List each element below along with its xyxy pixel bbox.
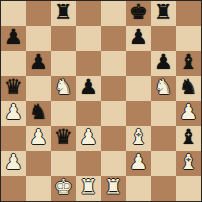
piece-white-pawn: ♟ <box>29 127 48 148</box>
square-f8[interactable]: ♚ <box>126 1 151 26</box>
square-g3[interactable] <box>151 126 176 151</box>
square-c1[interactable]: ♚ <box>51 176 76 201</box>
square-b2[interactable] <box>26 151 51 176</box>
square-b8[interactable] <box>26 1 51 26</box>
square-e3[interactable] <box>101 126 126 151</box>
square-d5[interactable]: ♟ <box>76 76 101 101</box>
square-e2[interactable] <box>101 151 126 176</box>
piece-white-pawn: ♟ <box>129 152 148 173</box>
square-h3[interactable]: ♝ <box>176 126 201 151</box>
square-b7[interactable] <box>26 26 51 51</box>
square-d3[interactable]: ♟ <box>76 126 101 151</box>
square-b1[interactable] <box>26 176 51 201</box>
square-h4[interactable]: ♟ <box>176 101 201 126</box>
square-d8[interactable] <box>76 1 101 26</box>
piece-white-pawn: ♟ <box>179 102 198 123</box>
piece-black-rook: ♜ <box>154 2 173 23</box>
piece-white-pawn: ♟ <box>4 102 23 123</box>
square-d4[interactable] <box>76 101 101 126</box>
square-f7[interactable]: ♟ <box>126 26 151 51</box>
square-d1[interactable]: ♜ <box>76 176 101 201</box>
piece-white-bishop: ♝ <box>129 127 148 148</box>
square-c5[interactable]: ♞ <box>51 76 76 101</box>
square-c8[interactable]: ♜ <box>51 1 76 26</box>
square-a5[interactable]: ♛ <box>1 76 26 101</box>
piece-black-pawn: ♟ <box>129 27 148 48</box>
square-c2[interactable] <box>51 151 76 176</box>
square-c3[interactable]: ♛ <box>51 126 76 151</box>
square-f4[interactable] <box>126 101 151 126</box>
piece-black-king: ♚ <box>129 2 148 23</box>
square-d6[interactable] <box>76 51 101 76</box>
square-b5[interactable] <box>26 76 51 101</box>
piece-black-bishop: ♝ <box>179 127 198 148</box>
square-e8[interactable] <box>101 1 126 26</box>
square-d2[interactable] <box>76 151 101 176</box>
piece-white-pawn: ♟ <box>79 127 98 148</box>
piece-black-pawn: ♟ <box>154 52 173 73</box>
square-a1[interactable] <box>1 176 26 201</box>
square-g7[interactable] <box>151 26 176 51</box>
square-e1[interactable]: ♜ <box>101 176 126 201</box>
piece-black-queen: ♛ <box>54 127 73 148</box>
square-e7[interactable] <box>101 26 126 51</box>
square-h6[interactable]: ♝ <box>176 51 201 76</box>
piece-black-queen: ♛ <box>4 77 23 98</box>
square-g2[interactable] <box>151 151 176 176</box>
square-h5[interactable]: ♞ <box>176 76 201 101</box>
square-g8[interactable]: ♜ <box>151 1 176 26</box>
piece-white-knight: ♞ <box>54 77 73 98</box>
square-a2[interactable]: ♟ <box>1 151 26 176</box>
piece-white-king: ♚ <box>54 177 73 198</box>
square-c4[interactable] <box>51 101 76 126</box>
piece-white-rook: ♜ <box>79 177 98 198</box>
chess-board: ♜♚♜♟♟♟♟♝♛♞♟♞♞♟♞♟♟♛♟♝♝♟♟♝♚♜♜ <box>0 0 202 202</box>
square-a6[interactable] <box>1 51 26 76</box>
piece-white-knight: ♞ <box>154 77 173 98</box>
square-e5[interactable] <box>101 76 126 101</box>
square-f6[interactable] <box>126 51 151 76</box>
square-h1[interactable] <box>176 176 201 201</box>
square-h2[interactable]: ♝ <box>176 151 201 176</box>
square-g1[interactable] <box>151 176 176 201</box>
square-f5[interactable] <box>126 76 151 101</box>
square-g4[interactable] <box>151 101 176 126</box>
piece-black-bishop: ♝ <box>179 52 198 73</box>
piece-white-bishop: ♝ <box>179 152 198 173</box>
square-f1[interactable] <box>126 176 151 201</box>
piece-black-knight: ♞ <box>179 77 198 98</box>
square-c6[interactable] <box>51 51 76 76</box>
square-a7[interactable]: ♟ <box>1 26 26 51</box>
square-h8[interactable] <box>176 1 201 26</box>
square-g5[interactable]: ♞ <box>151 76 176 101</box>
square-d7[interactable] <box>76 26 101 51</box>
square-g6[interactable]: ♟ <box>151 51 176 76</box>
square-e4[interactable] <box>101 101 126 126</box>
square-b4[interactable]: ♞ <box>26 101 51 126</box>
square-b3[interactable]: ♟ <box>26 126 51 151</box>
square-c7[interactable] <box>51 26 76 51</box>
piece-white-rook: ♜ <box>104 177 123 198</box>
square-a8[interactable] <box>1 1 26 26</box>
piece-black-knight: ♞ <box>29 102 48 123</box>
square-a3[interactable] <box>1 126 26 151</box>
piece-black-pawn: ♟ <box>79 77 98 98</box>
square-f2[interactable]: ♟ <box>126 151 151 176</box>
square-b6[interactable]: ♟ <box>26 51 51 76</box>
square-f3[interactable]: ♝ <box>126 126 151 151</box>
piece-black-pawn: ♟ <box>4 27 23 48</box>
piece-black-rook: ♜ <box>54 2 73 23</box>
square-a4[interactable]: ♟ <box>1 101 26 126</box>
square-h7[interactable] <box>176 26 201 51</box>
piece-white-pawn: ♟ <box>4 152 23 173</box>
square-e6[interactable] <box>101 51 126 76</box>
piece-black-pawn: ♟ <box>29 52 48 73</box>
